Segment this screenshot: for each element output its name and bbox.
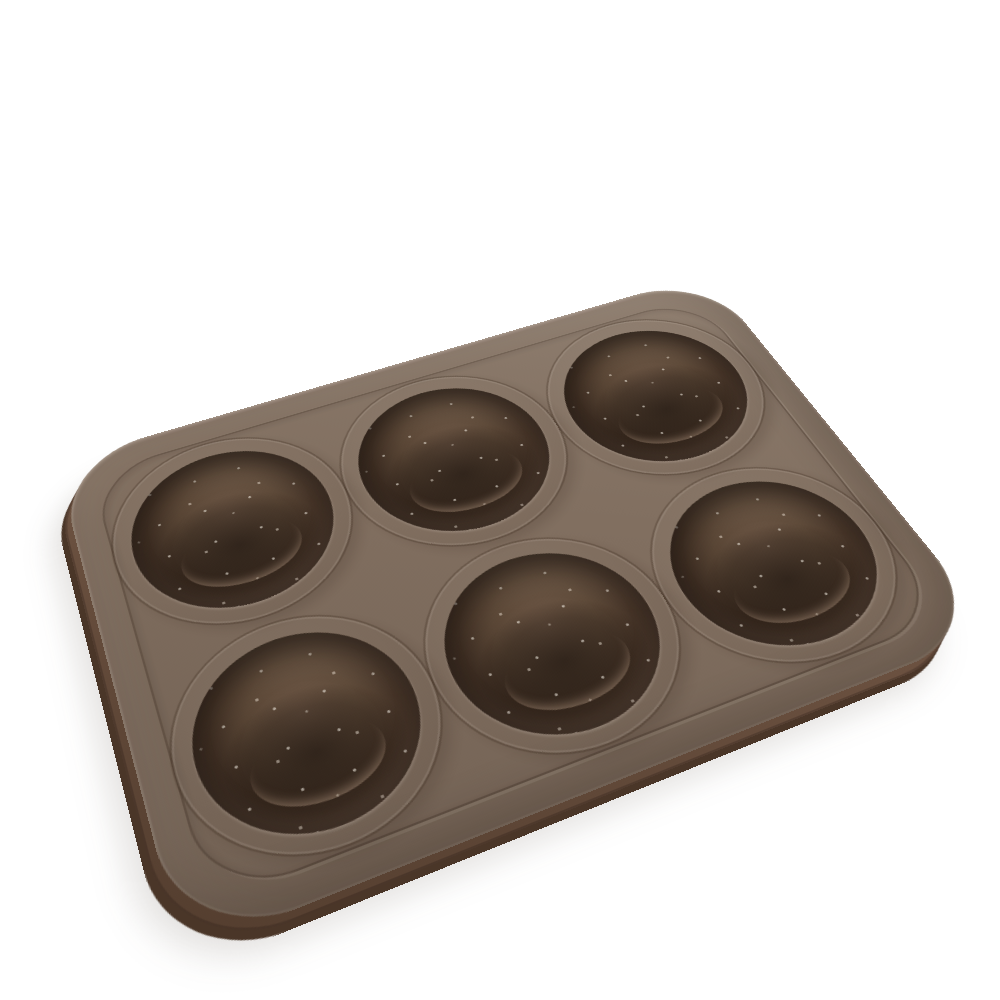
photo-scene — [0, 0, 1000, 1000]
muffin-cup-back-right — [535, 313, 782, 484]
pan-top-surface — [56, 274, 996, 953]
muffin-cup-back-center — [333, 369, 581, 556]
product-photo — [0, 0, 1000, 1000]
muffin-cup-front-left — [169, 605, 454, 870]
cups-layer — [56, 274, 996, 953]
